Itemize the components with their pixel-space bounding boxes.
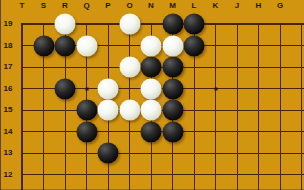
black-stone-s18[interactable] xyxy=(33,35,54,56)
black-stone-m19[interactable] xyxy=(162,14,183,35)
column-label-j: J xyxy=(235,2,239,10)
black-stone-q15[interactable] xyxy=(76,100,97,121)
black-stone-q14[interactable] xyxy=(76,121,97,142)
bottom-edge-shadow xyxy=(0,189,304,190)
column-label-p: P xyxy=(105,2,110,10)
white-stone-q18[interactable] xyxy=(76,35,97,56)
column-label-r: R xyxy=(62,2,68,10)
black-stone-n17[interactable] xyxy=(141,57,162,78)
black-stone-l18[interactable] xyxy=(184,35,205,56)
white-stone-o19[interactable] xyxy=(119,14,140,35)
white-stone-n18[interactable] xyxy=(141,35,162,56)
white-stone-p16[interactable] xyxy=(98,78,119,99)
column-label-q: Q xyxy=(83,2,89,10)
star-point-k16 xyxy=(214,87,217,90)
black-stone-m17[interactable] xyxy=(162,57,183,78)
row-label-17: 17 xyxy=(4,63,13,71)
black-stone-m16[interactable] xyxy=(162,78,183,99)
row-label-12: 12 xyxy=(4,171,13,179)
black-stone-n14[interactable] xyxy=(141,121,162,142)
white-stone-n15[interactable] xyxy=(141,100,162,121)
white-stone-m18[interactable] xyxy=(162,35,183,56)
white-stone-r19[interactable] xyxy=(55,14,76,35)
row-label-13: 13 xyxy=(4,149,13,157)
column-label-s: S xyxy=(41,2,46,10)
row-label-15: 15 xyxy=(4,106,13,114)
black-stone-m15[interactable] xyxy=(162,100,183,121)
white-stone-o15[interactable] xyxy=(119,100,140,121)
go-board[interactable]: TSRQPONMLKJHG1918171615141312 xyxy=(0,0,304,190)
grid-line-vertical xyxy=(21,23,23,190)
grid-line-horizontal xyxy=(21,174,304,175)
column-label-k: K xyxy=(213,2,219,10)
column-label-n: N xyxy=(148,2,154,10)
go-board-screen: TSRQPONMLKJHG1918171615141312 xyxy=(0,0,304,190)
black-stone-l19[interactable] xyxy=(184,14,205,35)
column-label-m: M xyxy=(169,2,176,10)
column-label-t: T xyxy=(20,2,25,10)
row-label-14: 14 xyxy=(4,128,13,136)
star-point-q16 xyxy=(85,87,88,90)
black-stone-m14[interactable] xyxy=(162,121,183,142)
grid-line-vertical xyxy=(258,23,259,190)
black-stone-p13[interactable] xyxy=(98,143,119,164)
white-stone-p15[interactable] xyxy=(98,100,119,121)
column-label-g: G xyxy=(277,2,283,10)
column-label-h: H xyxy=(256,2,262,10)
white-stone-o17[interactable] xyxy=(119,57,140,78)
grid-line-vertical xyxy=(301,23,302,190)
grid-line-vertical xyxy=(280,23,281,190)
column-label-l: L xyxy=(192,2,197,10)
left-edge-shadow xyxy=(0,0,1,190)
row-label-19: 19 xyxy=(4,20,13,28)
grid-line-vertical xyxy=(237,23,238,190)
row-label-16: 16 xyxy=(4,85,13,93)
black-stone-r16[interactable] xyxy=(55,78,76,99)
grid-line-vertical xyxy=(215,23,216,190)
column-label-o: O xyxy=(126,2,132,10)
grid-line-horizontal xyxy=(21,153,304,154)
black-stone-r18[interactable] xyxy=(55,35,76,56)
white-stone-n16[interactable] xyxy=(141,78,162,99)
row-label-18: 18 xyxy=(4,42,13,50)
